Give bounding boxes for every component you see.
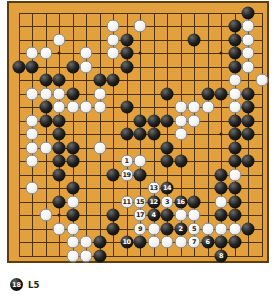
caption-stone-number: 18 bbox=[12, 281, 21, 289]
stone-white[interactable] bbox=[228, 101, 241, 114]
stone-black[interactable] bbox=[93, 74, 106, 87]
stone-black[interactable] bbox=[93, 236, 106, 249]
stone-black[interactable] bbox=[53, 155, 66, 168]
star-point bbox=[58, 52, 61, 55]
stone-white[interactable] bbox=[107, 20, 120, 33]
move-number: 2 bbox=[178, 225, 182, 232]
move-number: 1 bbox=[124, 158, 128, 165]
stone-black[interactable] bbox=[147, 128, 160, 141]
stone-white[interactable] bbox=[147, 222, 160, 235]
stone-white[interactable] bbox=[26, 47, 39, 60]
stone-black[interactable] bbox=[188, 195, 201, 208]
stone-white[interactable] bbox=[174, 236, 187, 249]
stone-black[interactable] bbox=[215, 168, 228, 181]
stone-black-move-16[interactable]: 16 bbox=[174, 195, 187, 208]
stone-black[interactable] bbox=[161, 141, 174, 154]
stone-black[interactable] bbox=[228, 236, 241, 249]
go-board[interactable]: 119131411151231617492510768 bbox=[7, 1, 269, 263]
stone-black[interactable] bbox=[161, 155, 174, 168]
stone-black-move-6[interactable]: 6 bbox=[201, 236, 214, 249]
stone-black[interactable] bbox=[228, 60, 241, 73]
stone-black[interactable] bbox=[228, 195, 241, 208]
stone-white[interactable] bbox=[201, 222, 214, 235]
stone-white[interactable] bbox=[26, 114, 39, 127]
stone-black[interactable] bbox=[66, 60, 79, 73]
stone-white[interactable] bbox=[39, 47, 52, 60]
stone-black[interactable] bbox=[242, 222, 255, 235]
stone-white[interactable] bbox=[242, 60, 255, 73]
stone-black[interactable] bbox=[39, 74, 52, 87]
stone-white[interactable] bbox=[39, 141, 52, 154]
stone-white[interactable] bbox=[26, 182, 39, 195]
stone-black[interactable] bbox=[161, 87, 174, 100]
stone-black[interactable] bbox=[53, 195, 66, 208]
star-point bbox=[58, 214, 61, 217]
stone-white[interactable] bbox=[26, 128, 39, 141]
move-number: 8 bbox=[219, 252, 223, 259]
move-number: 13 bbox=[149, 185, 157, 192]
stone-black[interactable] bbox=[215, 87, 228, 100]
stone-black[interactable] bbox=[201, 87, 214, 100]
move-number: 10 bbox=[122, 239, 130, 246]
stone-black[interactable] bbox=[161, 209, 174, 222]
stone-black[interactable] bbox=[120, 60, 133, 73]
star-point bbox=[220, 52, 223, 55]
stone-white-move-13[interactable]: 13 bbox=[147, 182, 160, 195]
stone-white[interactable] bbox=[53, 222, 66, 235]
stone-white[interactable] bbox=[53, 87, 66, 100]
stone-black[interactable] bbox=[228, 114, 241, 127]
stone-white[interactable] bbox=[242, 33, 255, 46]
stone-black[interactable] bbox=[228, 182, 241, 195]
stone-black[interactable] bbox=[107, 222, 120, 235]
move-number: 3 bbox=[165, 198, 169, 205]
caption-coordinate: L5 bbox=[28, 280, 39, 290]
stone-white[interactable] bbox=[255, 74, 268, 87]
stone-black-move-2[interactable]: 2 bbox=[174, 222, 187, 235]
stone-black[interactable] bbox=[39, 101, 52, 114]
move-number: 9 bbox=[138, 225, 142, 232]
stone-black[interactable] bbox=[228, 209, 241, 222]
stone-white[interactable] bbox=[66, 222, 79, 235]
stone-black[interactable] bbox=[215, 182, 228, 195]
stone-black[interactable] bbox=[188, 33, 201, 46]
move-number: 15 bbox=[136, 198, 144, 205]
stone-black[interactable] bbox=[228, 20, 241, 33]
stone-black[interactable] bbox=[215, 209, 228, 222]
stone-white-move-17[interactable]: 17 bbox=[134, 209, 147, 222]
move-caption: 18 L5 bbox=[10, 278, 39, 291]
star-point bbox=[220, 133, 223, 136]
stone-white[interactable] bbox=[93, 141, 106, 154]
stone-black-move-4[interactable]: 4 bbox=[147, 209, 160, 222]
stone-black[interactable] bbox=[242, 6, 255, 19]
move-number: 7 bbox=[192, 239, 196, 246]
stone-black[interactable] bbox=[161, 114, 174, 127]
stone-white[interactable] bbox=[107, 33, 120, 46]
stone-black[interactable] bbox=[228, 47, 241, 60]
star-point bbox=[139, 52, 142, 55]
stone-black[interactable] bbox=[107, 74, 120, 87]
stone-white-move-11[interactable]: 11 bbox=[120, 195, 133, 208]
stone-black[interactable] bbox=[66, 141, 79, 154]
stone-black[interactable] bbox=[53, 128, 66, 141]
stone-black[interactable] bbox=[12, 60, 25, 73]
stone-white[interactable] bbox=[134, 20, 147, 33]
stone-white[interactable] bbox=[174, 114, 187, 127]
stone-black[interactable] bbox=[66, 182, 79, 195]
stone-black[interactable] bbox=[39, 114, 52, 127]
stone-black-move-10[interactable]: 10 bbox=[120, 236, 133, 249]
stone-black[interactable] bbox=[53, 141, 66, 154]
stone-black[interactable] bbox=[120, 47, 133, 60]
caption-stone-black-18: 18 bbox=[10, 278, 23, 291]
stone-black[interactable] bbox=[53, 168, 66, 181]
stone-white-move-7[interactable]: 7 bbox=[188, 236, 201, 249]
stone-white[interactable] bbox=[188, 114, 201, 127]
move-number: 14 bbox=[163, 185, 171, 192]
stone-black[interactable] bbox=[228, 33, 241, 46]
stone-white[interactable] bbox=[53, 33, 66, 46]
stone-black[interactable] bbox=[228, 155, 241, 168]
stone-white[interactable] bbox=[228, 168, 241, 181]
stone-white[interactable] bbox=[93, 87, 106, 100]
stone-white[interactable] bbox=[66, 195, 79, 208]
stone-black[interactable] bbox=[53, 114, 66, 127]
move-number: 19 bbox=[122, 171, 130, 178]
stone-white-move-3[interactable]: 3 bbox=[161, 195, 174, 208]
move-number: 5 bbox=[192, 225, 196, 232]
stone-white[interactable] bbox=[174, 128, 187, 141]
stone-black[interactable] bbox=[134, 168, 147, 181]
stone-black[interactable] bbox=[174, 155, 187, 168]
stone-white[interactable] bbox=[80, 236, 93, 249]
stone-black[interactable] bbox=[242, 101, 255, 114]
stone-white[interactable] bbox=[228, 222, 241, 235]
stone-white[interactable] bbox=[134, 155, 147, 168]
stone-black[interactable] bbox=[93, 249, 106, 262]
stone-white[interactable] bbox=[161, 236, 174, 249]
stone-black[interactable] bbox=[215, 236, 228, 249]
stone-white[interactable] bbox=[188, 101, 201, 114]
move-number: 11 bbox=[122, 198, 130, 205]
stone-white[interactable] bbox=[26, 155, 39, 168]
stone-black-move-14[interactable]: 14 bbox=[161, 182, 174, 195]
stone-white-move-5[interactable]: 5 bbox=[188, 222, 201, 235]
stone-white[interactable] bbox=[228, 87, 241, 100]
screenshot: 119131411151231617492510768 18 L5 bbox=[0, 0, 274, 300]
stone-white[interactable] bbox=[80, 60, 93, 73]
stone-white[interactable] bbox=[242, 20, 255, 33]
stone-white[interactable] bbox=[53, 101, 66, 114]
stone-white-move-19[interactable]: 19 bbox=[120, 168, 133, 181]
stone-black[interactable] bbox=[107, 209, 120, 222]
stone-white[interactable] bbox=[215, 195, 228, 208]
stone-white[interactable] bbox=[66, 101, 79, 114]
stone-white[interactable] bbox=[201, 101, 214, 114]
move-number: 6 bbox=[205, 239, 209, 246]
stone-black[interactable] bbox=[107, 168, 120, 181]
stone-black[interactable] bbox=[242, 114, 255, 127]
stone-black[interactable] bbox=[120, 128, 133, 141]
grid-line-vertical bbox=[262, 13, 263, 257]
stone-white[interactable] bbox=[188, 209, 201, 222]
stone-black[interactable] bbox=[161, 222, 174, 235]
stone-white[interactable] bbox=[228, 74, 241, 87]
stone-black[interactable] bbox=[66, 87, 79, 100]
stone-white[interactable] bbox=[26, 141, 39, 154]
stone-black[interactable] bbox=[242, 155, 255, 168]
move-number: 4 bbox=[151, 212, 155, 219]
stone-white[interactable] bbox=[147, 236, 160, 249]
move-number: 16 bbox=[176, 198, 184, 205]
stone-black[interactable] bbox=[120, 101, 133, 114]
stone-white-move-9[interactable]: 9 bbox=[134, 222, 147, 235]
stone-white[interactable] bbox=[215, 222, 228, 235]
stone-white[interactable] bbox=[174, 101, 187, 114]
stone-black[interactable] bbox=[228, 128, 241, 141]
stone-white[interactable] bbox=[39, 209, 52, 222]
stone-white[interactable] bbox=[80, 47, 93, 60]
stone-white[interactable] bbox=[66, 249, 79, 262]
stone-black[interactable] bbox=[242, 87, 255, 100]
stone-white-move-1[interactable]: 1 bbox=[120, 155, 133, 168]
stone-black[interactable] bbox=[66, 209, 79, 222]
stone-black[interactable] bbox=[228, 141, 241, 154]
stone-black[interactable] bbox=[147, 114, 160, 127]
stone-black-move-8[interactable]: 8 bbox=[215, 249, 228, 262]
move-number: 12 bbox=[149, 198, 157, 205]
stone-black-move-12[interactable]: 12 bbox=[147, 195, 160, 208]
stone-white[interactable] bbox=[39, 87, 52, 100]
stone-white[interactable] bbox=[174, 209, 187, 222]
stone-black[interactable] bbox=[134, 236, 147, 249]
stone-white[interactable] bbox=[80, 249, 93, 262]
stone-white[interactable] bbox=[107, 47, 120, 60]
stone-white[interactable] bbox=[93, 101, 106, 114]
stone-white[interactable] bbox=[66, 236, 79, 249]
stone-black[interactable] bbox=[26, 60, 39, 73]
stone-black[interactable] bbox=[53, 74, 66, 87]
stone-black[interactable] bbox=[134, 114, 147, 127]
stone-white[interactable] bbox=[242, 47, 255, 60]
move-number: 17 bbox=[136, 212, 144, 219]
stone-white[interactable] bbox=[26, 87, 39, 100]
grid-line-vertical bbox=[208, 13, 209, 257]
stone-black[interactable] bbox=[134, 128, 147, 141]
stone-black[interactable] bbox=[66, 155, 79, 168]
stone-black[interactable] bbox=[242, 128, 255, 141]
stone-white[interactable] bbox=[80, 101, 93, 114]
stone-black[interactable] bbox=[120, 33, 133, 46]
stone-white-move-15[interactable]: 15 bbox=[134, 195, 147, 208]
